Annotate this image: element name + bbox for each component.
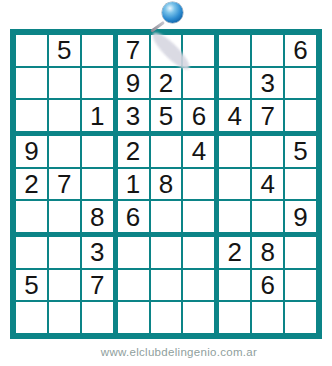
cell-r4c4[interactable]: 2 — [118, 136, 149, 167]
cell-r4c7[interactable] — [219, 136, 250, 167]
cell-r6c4[interactable]: 6 — [118, 201, 149, 232]
cell-r4c6[interactable]: 4 — [183, 136, 214, 167]
cell-r8c5[interactable] — [151, 270, 182, 301]
cell-r3c7[interactable]: 4 — [219, 100, 250, 131]
cell-r7c9[interactable] — [285, 237, 316, 268]
cell-r5c7[interactable] — [219, 169, 250, 200]
cell-r9c4[interactable] — [118, 302, 149, 333]
cell-r2c2[interactable] — [49, 68, 80, 99]
cell-r8c3[interactable]: 7 — [82, 270, 113, 301]
cell-r1c1[interactable] — [16, 35, 47, 66]
cell-r2c1[interactable] — [16, 68, 47, 99]
push-pin-icon — [162, 2, 183, 23]
cell-r8c7[interactable] — [219, 270, 250, 301]
cell-r7c8[interactable]: 8 — [252, 237, 283, 268]
cell-r9c6[interactable] — [183, 302, 214, 333]
cell-r1c6[interactable] — [183, 35, 214, 66]
cell-r4c2[interactable] — [49, 136, 80, 167]
cell-r3c3[interactable]: 1 — [82, 100, 113, 131]
cell-r5c5[interactable]: 8 — [151, 169, 182, 200]
cell-r5c9[interactable] — [285, 169, 316, 200]
cell-r1c3[interactable] — [82, 35, 113, 66]
cell-r9c3[interactable] — [82, 302, 113, 333]
cell-r7c1[interactable] — [16, 237, 47, 268]
cell-r4c3[interactable] — [82, 136, 113, 167]
sudoku-page: 517923566347927824186549357286 www.elclu… — [0, 0, 332, 366]
cell-r7c4[interactable] — [118, 237, 149, 268]
cell-r6c1[interactable] — [16, 201, 47, 232]
cell-r1c9[interactable]: 6 — [285, 35, 316, 66]
cell-r9c8[interactable] — [252, 302, 283, 333]
cell-r2c7[interactable] — [219, 68, 250, 99]
cell-r9c9[interactable] — [285, 302, 316, 333]
cell-r5c4[interactable]: 1 — [118, 169, 149, 200]
cell-r3c6[interactable]: 6 — [183, 100, 214, 131]
cell-r9c7[interactable] — [219, 302, 250, 333]
cell-r3c2[interactable] — [49, 100, 80, 131]
cell-r7c6[interactable] — [183, 237, 214, 268]
sudoku-box-3: 6347 — [219, 35, 316, 131]
cell-r6c9[interactable]: 9 — [285, 201, 316, 232]
cell-r3c5[interactable]: 5 — [151, 100, 182, 131]
cell-r2c9[interactable] — [285, 68, 316, 99]
cell-r3c1[interactable] — [16, 100, 47, 131]
sudoku-box-6: 549 — [219, 136, 316, 232]
cell-r6c2[interactable] — [49, 201, 80, 232]
cell-r2c3[interactable] — [82, 68, 113, 99]
cell-r8c9[interactable] — [285, 270, 316, 301]
cell-r9c5[interactable] — [151, 302, 182, 333]
cell-r7c7[interactable]: 2 — [219, 237, 250, 268]
cell-r4c1[interactable]: 9 — [16, 136, 47, 167]
cell-r2c6[interactable] — [183, 68, 214, 99]
cell-r3c4[interactable]: 3 — [118, 100, 149, 131]
cell-r6c6[interactable] — [183, 201, 214, 232]
cell-r2c8[interactable]: 3 — [252, 68, 283, 99]
cell-r8c1[interactable]: 5 — [16, 270, 47, 301]
cell-r5c8[interactable]: 4 — [252, 169, 283, 200]
sudoku-box-1: 51 — [16, 35, 113, 131]
cell-r5c1[interactable]: 2 — [16, 169, 47, 200]
cell-r7c5[interactable] — [151, 237, 182, 268]
cell-r1c8[interactable] — [252, 35, 283, 66]
cell-r2c5[interactable]: 2 — [151, 68, 182, 99]
cell-r6c7[interactable] — [219, 201, 250, 232]
cell-r4c8[interactable] — [252, 136, 283, 167]
cell-r8c4[interactable] — [118, 270, 149, 301]
cell-r1c4[interactable]: 7 — [118, 35, 149, 66]
cell-r3c9[interactable] — [285, 100, 316, 131]
cell-r8c8[interactable]: 6 — [252, 270, 283, 301]
sudoku-box-8 — [118, 237, 215, 333]
cell-r6c5[interactable] — [151, 201, 182, 232]
sudoku-box-4: 9278 — [16, 136, 113, 232]
cell-r3c8[interactable]: 7 — [252, 100, 283, 131]
cell-r8c2[interactable] — [49, 270, 80, 301]
cell-r8c6[interactable] — [183, 270, 214, 301]
sudoku-box-9: 286 — [219, 237, 316, 333]
cell-r6c3[interactable]: 8 — [82, 201, 113, 232]
cell-r5c3[interactable] — [82, 169, 113, 200]
sudoku-box-2: 792356 — [118, 35, 215, 131]
cell-r5c2[interactable]: 7 — [49, 169, 80, 200]
cell-r2c4[interactable]: 9 — [118, 68, 149, 99]
cell-r5c6[interactable] — [183, 169, 214, 200]
website-url: www.elclubdelingenio.com.ar — [13, 346, 332, 358]
cell-r9c2[interactable] — [49, 302, 80, 333]
sudoku-board: 517923566347927824186549357286 — [10, 29, 322, 339]
cell-r9c1[interactable] — [16, 302, 47, 333]
cell-r4c9[interactable]: 5 — [285, 136, 316, 167]
cell-r7c2[interactable] — [49, 237, 80, 268]
cell-r1c2[interactable]: 5 — [49, 35, 80, 66]
cell-r6c8[interactable] — [252, 201, 283, 232]
cell-r7c3[interactable]: 3 — [82, 237, 113, 268]
cell-r1c5[interactable] — [151, 35, 182, 66]
cell-r4c5[interactable] — [151, 136, 182, 167]
cell-r1c7[interactable] — [219, 35, 250, 66]
sudoku-box-5: 24186 — [118, 136, 215, 232]
sudoku-box-7: 357 — [16, 237, 113, 333]
